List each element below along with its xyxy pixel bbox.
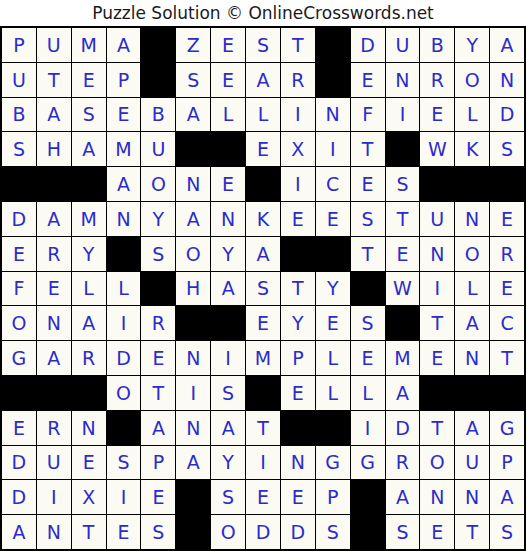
black-cell-r8c11 (351, 272, 385, 306)
letter-cell-r4c4: M (107, 132, 141, 166)
letter-cell-r5c12: S (386, 167, 420, 201)
letter-cell-r9c11: S (351, 306, 385, 340)
letter-cell-r7c2: R (37, 237, 71, 271)
letter-cell-r9c1: O (2, 306, 36, 340)
letter-cell-r9c15: C (490, 306, 524, 340)
letter-cell-r2c12: N (386, 63, 420, 97)
letter-cell-r6c5: Y (141, 202, 175, 236)
letter-cell-r2c4: P (107, 63, 141, 97)
letter-cell-r7c1: E (2, 237, 36, 271)
letter-cell-r4c15: S (490, 132, 524, 166)
letter-cell-r13c2: U (37, 446, 71, 480)
letter-cell-r10c12: M (386, 341, 420, 375)
letter-cell-r1c1: P (2, 28, 36, 62)
letter-cell-r3c15: D (490, 98, 524, 132)
letter-cell-r9c10: E (316, 306, 350, 340)
letter-cell-r9c13: T (420, 306, 454, 340)
letter-cell-r4c13: W (420, 132, 454, 166)
letter-cell-r4c5: U (141, 132, 175, 166)
letter-cell-r4c9: X (281, 132, 315, 166)
letter-cell-r3c14: L (455, 98, 489, 132)
letter-cell-r13c12: R (386, 446, 420, 480)
letter-cell-r3c11: F (351, 98, 385, 132)
letter-cell-r7c7: Y (211, 237, 245, 271)
letter-cell-r15c12: S (386, 515, 420, 549)
letter-cell-r14c15: A (490, 480, 524, 514)
letter-cell-r3c6: A (176, 98, 210, 132)
letter-cell-r4c1: S (2, 132, 36, 166)
black-cell-r11c1 (2, 376, 36, 410)
letter-cell-r10c6: N (176, 341, 210, 375)
black-cell-r5c8 (246, 167, 280, 201)
letter-cell-r12c8: T (246, 411, 280, 445)
black-cell-r11c14 (455, 376, 489, 410)
letter-cell-r7c3: Y (72, 237, 106, 271)
letter-cell-r13c4: S (107, 446, 141, 480)
letter-cell-r6c1: D (2, 202, 36, 236)
letter-cell-r3c10: N (316, 98, 350, 132)
letter-cell-r7c14: O (455, 237, 489, 271)
black-cell-r5c2 (37, 167, 71, 201)
letter-cell-r12c5: A (141, 411, 175, 445)
letter-cell-r13c15: P (490, 446, 524, 480)
letter-cell-r10c2: A (37, 341, 71, 375)
letter-cell-r8c10: Y (316, 272, 350, 306)
black-cell-r4c7 (211, 132, 245, 166)
letter-cell-r3c12: I (386, 98, 420, 132)
letter-cell-r15c2: N (37, 515, 71, 549)
letter-cell-r11c11: L (351, 376, 385, 410)
letter-cell-r12c11: I (351, 411, 385, 445)
letter-cell-r5c10: C (316, 167, 350, 201)
letter-cell-r1c2: U (37, 28, 71, 62)
letter-cell-r3c1: B (2, 98, 36, 132)
letter-cell-r3c13: E (420, 98, 454, 132)
black-cell-r5c15 (490, 167, 524, 201)
letter-cell-r1c6: Z (176, 28, 210, 62)
letter-cell-r9c14: A (455, 306, 489, 340)
letter-cell-r15c14: T (455, 515, 489, 549)
letter-cell-r2c8: A (246, 63, 280, 97)
letter-cell-r13c6: A (176, 446, 210, 480)
letter-cell-r14c3: X (72, 480, 106, 514)
letter-cell-r7c6: O (176, 237, 210, 271)
letter-cell-r10c3: R (72, 341, 106, 375)
black-cell-r12c10 (316, 411, 350, 445)
letter-cell-r8c15: E (490, 272, 524, 306)
letter-cell-r10c10: L (316, 341, 350, 375)
letter-cell-r15c8: D (246, 515, 280, 549)
letter-cell-r3c8: L (246, 98, 280, 132)
letter-cell-r2c1: U (2, 63, 36, 97)
letter-cell-r14c10: P (316, 480, 350, 514)
letter-cell-r3c3: S (72, 98, 106, 132)
letter-cell-r6c8: K (246, 202, 280, 236)
letter-cell-r13c10: G (316, 446, 350, 480)
letter-cell-r12c3: N (72, 411, 106, 445)
letter-cell-r14c1: D (2, 480, 36, 514)
letter-cell-r10c7: I (211, 341, 245, 375)
letter-cell-r6c2: A (37, 202, 71, 236)
letter-cell-r15c1: A (2, 515, 36, 549)
letter-cell-r15c4: E (107, 515, 141, 549)
letter-cell-r2c6: S (176, 63, 210, 97)
letter-cell-r10c1: G (2, 341, 36, 375)
letter-cell-r13c14: U (455, 446, 489, 480)
letter-cell-r9c3: A (72, 306, 106, 340)
letter-cell-r14c2: I (37, 480, 71, 514)
letter-cell-r6c3: M (72, 202, 106, 236)
letter-cell-r11c9: E (281, 376, 315, 410)
black-cell-r15c6 (176, 515, 210, 549)
letter-cell-r15c5: S (141, 515, 175, 549)
letter-cell-r7c11: T (351, 237, 385, 271)
letter-cell-r13c5: P (141, 446, 175, 480)
black-cell-r14c6 (176, 480, 210, 514)
letter-cell-r8c2: E (37, 272, 71, 306)
letter-cell-r7c12: E (386, 237, 420, 271)
letter-cell-r2c13: R (420, 63, 454, 97)
letter-cell-r2c2: T (37, 63, 71, 97)
letter-cell-r8c9: T (281, 272, 315, 306)
letter-cell-r1c9: T (281, 28, 315, 62)
letter-cell-r6c9: E (281, 202, 315, 236)
black-cell-r15c11 (351, 515, 385, 549)
letter-cell-r6c15: E (490, 202, 524, 236)
letter-cell-r13c7: Y (211, 446, 245, 480)
letter-cell-r7c13: N (420, 237, 454, 271)
black-cell-r9c12 (386, 306, 420, 340)
letter-cell-r9c8: E (246, 306, 280, 340)
letter-cell-r8c12: W (386, 272, 420, 306)
letter-cell-r15c9: D (281, 515, 315, 549)
black-cell-r12c4 (107, 411, 141, 445)
letter-cell-r7c8: A (246, 237, 280, 271)
black-cell-r9c7 (211, 306, 245, 340)
letter-cell-r11c7: S (211, 376, 245, 410)
letter-cell-r12c2: R (37, 411, 71, 445)
letter-cell-r1c13: B (420, 28, 454, 62)
black-cell-r4c12 (386, 132, 420, 166)
black-cell-r11c15 (490, 376, 524, 410)
letter-cell-r10c11: E (351, 341, 385, 375)
black-cell-r5c14 (455, 167, 489, 201)
letter-cell-r10c15: T (490, 341, 524, 375)
page-title: Puzzle Solution © OnlineCrosswords.net (0, 0, 526, 26)
letter-cell-r6c14: N (455, 202, 489, 236)
letter-cell-r7c15: R (490, 237, 524, 271)
letter-cell-r9c5: R (141, 306, 175, 340)
letter-cell-r3c9: I (281, 98, 315, 132)
black-cell-r5c1 (2, 167, 36, 201)
letter-cell-r2c14: O (455, 63, 489, 97)
letter-cell-r11c10: L (316, 376, 350, 410)
letter-cell-r13c9: N (281, 446, 315, 480)
letter-cell-r5c9: I (281, 167, 315, 201)
letter-cell-r5c7: E (211, 167, 245, 201)
letter-cell-r1c4: A (107, 28, 141, 62)
letter-cell-r8c8: S (246, 272, 280, 306)
letter-cell-r3c2: A (37, 98, 71, 132)
black-cell-r4c6 (176, 132, 210, 166)
letter-cell-r10c13: E (420, 341, 454, 375)
letter-cell-r15c13: E (420, 515, 454, 549)
letter-cell-r2c3: E (72, 63, 106, 97)
black-cell-r8c5 (141, 272, 175, 306)
letter-cell-r15c15: S (490, 515, 524, 549)
letter-cell-r1c3: M (72, 28, 106, 62)
black-cell-r2c5 (141, 63, 175, 97)
letter-cell-r4c10: I (316, 132, 350, 166)
letter-cell-r1c7: E (211, 28, 245, 62)
letter-cell-r15c3: T (72, 515, 106, 549)
letter-cell-r11c4: O (107, 376, 141, 410)
letter-cell-r1c11: D (351, 28, 385, 62)
letter-cell-r3c4: E (107, 98, 141, 132)
letter-cell-r9c4: I (107, 306, 141, 340)
black-cell-r7c9 (281, 237, 315, 271)
letter-cell-r3c5: B (141, 98, 175, 132)
letter-cell-r9c2: N (37, 306, 71, 340)
letter-cell-r6c6: A (176, 202, 210, 236)
letter-cell-r12c6: N (176, 411, 210, 445)
letter-cell-r5c5: O (141, 167, 175, 201)
letter-cell-r2c11: E (351, 63, 385, 97)
letter-cell-r4c11: T (351, 132, 385, 166)
letter-cell-r2c15: N (490, 63, 524, 97)
black-cell-r11c8 (246, 376, 280, 410)
letter-cell-r12c7: A (211, 411, 245, 445)
letter-cell-r6c7: N (211, 202, 245, 236)
letter-cell-r8c14: L (455, 272, 489, 306)
letter-cell-r10c5: E (141, 341, 175, 375)
letter-cell-r14c4: I (107, 480, 141, 514)
letter-cell-r3c7: L (211, 98, 245, 132)
black-cell-r5c3 (72, 167, 106, 201)
letter-cell-r11c5: T (141, 376, 175, 410)
letter-cell-r7c5: S (141, 237, 175, 271)
letter-cell-r10c14: N (455, 341, 489, 375)
letter-cell-r5c4: A (107, 167, 141, 201)
letter-cell-r14c14: N (455, 480, 489, 514)
letter-cell-r12c13: T (420, 411, 454, 445)
letter-cell-r11c6: I (176, 376, 210, 410)
letter-cell-r12c1: E (2, 411, 36, 445)
black-cell-r9c6 (176, 306, 210, 340)
letter-cell-r11c12: A (386, 376, 420, 410)
letter-cell-r8c6: H (176, 272, 210, 306)
black-cell-r12c9 (281, 411, 315, 445)
black-cell-r7c4 (107, 237, 141, 271)
black-cell-r11c2 (37, 376, 71, 410)
letter-cell-r8c1: F (2, 272, 36, 306)
letter-cell-r8c13: I (420, 272, 454, 306)
black-cell-r11c3 (72, 376, 106, 410)
letter-cell-r6c4: N (107, 202, 141, 236)
letter-cell-r1c14: Y (455, 28, 489, 62)
letter-cell-r6c12: T (386, 202, 420, 236)
letter-cell-r1c8: S (246, 28, 280, 62)
letter-cell-r13c11: G (351, 446, 385, 480)
letter-cell-r8c4: L (107, 272, 141, 306)
letter-cell-r10c4: D (107, 341, 141, 375)
black-cell-r11c13 (420, 376, 454, 410)
letter-cell-r4c14: K (455, 132, 489, 166)
black-cell-r5c13 (420, 167, 454, 201)
letter-cell-r6c10: E (316, 202, 350, 236)
black-cell-r1c5 (141, 28, 175, 62)
letter-cell-r15c10: S (316, 515, 350, 549)
letter-cell-r1c12: U (386, 28, 420, 62)
letter-cell-r9c9: Y (281, 306, 315, 340)
letter-cell-r14c8: E (246, 480, 280, 514)
black-cell-r14c11 (351, 480, 385, 514)
letter-cell-r8c3: L (72, 272, 106, 306)
letter-cell-r2c7: E (211, 63, 245, 97)
black-cell-r2c10 (316, 63, 350, 97)
letter-cell-r6c11: S (351, 202, 385, 236)
black-cell-r7c10 (316, 237, 350, 271)
letter-cell-r5c11: E (351, 167, 385, 201)
letter-cell-r15c7: O (211, 515, 245, 549)
letter-cell-r4c2: H (37, 132, 71, 166)
letter-cell-r14c5: E (141, 480, 175, 514)
letter-cell-r10c8: M (246, 341, 280, 375)
letter-cell-r2c9: R (281, 63, 315, 97)
letter-cell-r13c13: O (420, 446, 454, 480)
letter-cell-r12c12: D (386, 411, 420, 445)
letter-cell-r14c7: S (211, 480, 245, 514)
letter-cell-r12c15: G (490, 411, 524, 445)
crossword-grid: PUMAZESTDUBYAUTEPSEARENRONBASEBALLINFIEL… (0, 26, 526, 551)
letter-cell-r4c3: A (72, 132, 106, 166)
letter-cell-r13c1: D (2, 446, 36, 480)
letter-cell-r14c12: A (386, 480, 420, 514)
puzzle-solution-page: Puzzle Solution © OnlineCrosswords.net P… (0, 0, 526, 551)
black-cell-r1c10 (316, 28, 350, 62)
letter-cell-r13c3: E (72, 446, 106, 480)
letter-cell-r14c13: N (420, 480, 454, 514)
letter-cell-r13c8: I (246, 446, 280, 480)
letter-cell-r4c8: E (246, 132, 280, 166)
letter-cell-r8c7: A (211, 272, 245, 306)
letter-cell-r12c14: A (455, 411, 489, 445)
letter-cell-r10c9: P (281, 341, 315, 375)
letter-cell-r1c15: A (490, 28, 524, 62)
letter-cell-r14c9: E (281, 480, 315, 514)
letter-cell-r5c6: N (176, 167, 210, 201)
letter-cell-r6c13: U (420, 202, 454, 236)
